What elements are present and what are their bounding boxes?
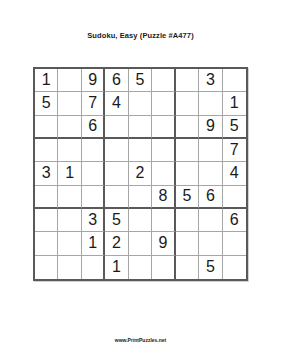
cell-r6c3 bbox=[82, 186, 105, 209]
cell-r7c9: 6 bbox=[223, 209, 246, 232]
cell-r7c1 bbox=[35, 209, 58, 232]
cell-r4c3 bbox=[82, 139, 105, 162]
cell-r7c6 bbox=[152, 209, 175, 232]
cell-r1c6 bbox=[152, 69, 175, 92]
cell-r2c5 bbox=[129, 92, 152, 115]
cell-r1c8: 3 bbox=[199, 69, 222, 92]
sudoku-print-page: Sudoku, Easy (Puzzle #A477) 196535741695… bbox=[0, 0, 281, 363]
cell-r9c1 bbox=[35, 256, 58, 279]
cell-r5c4 bbox=[105, 162, 128, 185]
cell-r8c3: 1 bbox=[82, 232, 105, 255]
cell-r6c5 bbox=[129, 186, 152, 209]
cell-r7c8 bbox=[199, 209, 222, 232]
page-title: Sudoku, Easy (Puzzle #A477) bbox=[0, 31, 281, 40]
cell-r5c1: 3 bbox=[35, 162, 58, 185]
cell-r8c2 bbox=[58, 232, 81, 255]
cell-r8c7 bbox=[176, 232, 199, 255]
cell-r3c4 bbox=[105, 116, 128, 139]
cell-r5c3 bbox=[82, 162, 105, 185]
cell-r1c7 bbox=[176, 69, 199, 92]
cell-r5c9: 4 bbox=[223, 162, 246, 185]
cell-r1c4: 6 bbox=[105, 69, 128, 92]
cell-r9c3 bbox=[82, 256, 105, 279]
cell-r4c5 bbox=[129, 139, 152, 162]
cell-r1c9 bbox=[223, 69, 246, 92]
cell-r3c6 bbox=[152, 116, 175, 139]
cell-r7c3: 3 bbox=[82, 209, 105, 232]
cell-r2c4: 4 bbox=[105, 92, 128, 115]
cell-r6c2 bbox=[58, 186, 81, 209]
cell-r1c3: 9 bbox=[82, 69, 105, 92]
cell-r4c4 bbox=[105, 139, 128, 162]
cell-r3c1 bbox=[35, 116, 58, 139]
cell-r6c6: 8 bbox=[152, 186, 175, 209]
cell-r2c9: 1 bbox=[223, 92, 246, 115]
cell-r6c7: 5 bbox=[176, 186, 199, 209]
cell-r8c1 bbox=[35, 232, 58, 255]
cell-r5c6 bbox=[152, 162, 175, 185]
cell-r4c6 bbox=[152, 139, 175, 162]
cell-r7c2 bbox=[58, 209, 81, 232]
cell-r3c2 bbox=[58, 116, 81, 139]
cell-r2c7 bbox=[176, 92, 199, 115]
cell-r4c9: 7 bbox=[223, 139, 246, 162]
cell-r8c5 bbox=[129, 232, 152, 255]
cell-r8c8 bbox=[199, 232, 222, 255]
cell-r6c1 bbox=[35, 186, 58, 209]
cell-r1c1: 1 bbox=[35, 69, 58, 92]
cell-r9c4: 1 bbox=[105, 256, 128, 279]
cell-r5c5: 2 bbox=[129, 162, 152, 185]
cell-r7c7 bbox=[176, 209, 199, 232]
cell-r4c7 bbox=[176, 139, 199, 162]
cell-r2c6 bbox=[152, 92, 175, 115]
cell-r2c8 bbox=[199, 92, 222, 115]
cell-r3c9: 5 bbox=[223, 116, 246, 139]
cell-r6c9 bbox=[223, 186, 246, 209]
cell-r5c2: 1 bbox=[58, 162, 81, 185]
cell-r4c8 bbox=[199, 139, 222, 162]
cell-r9c6 bbox=[152, 256, 175, 279]
cell-r9c8: 5 bbox=[199, 256, 222, 279]
cell-r3c7 bbox=[176, 116, 199, 139]
cell-r8c4: 2 bbox=[105, 232, 128, 255]
cell-r1c5: 5 bbox=[129, 69, 152, 92]
cell-r2c2 bbox=[58, 92, 81, 115]
cell-r6c4 bbox=[105, 186, 128, 209]
cell-r8c9 bbox=[223, 232, 246, 255]
cell-r2c1: 5 bbox=[35, 92, 58, 115]
footer-site-url: www.PrintPuzzles.net bbox=[0, 337, 281, 343]
cell-r1c2 bbox=[58, 69, 81, 92]
cell-r5c8 bbox=[199, 162, 222, 185]
cell-r3c5 bbox=[129, 116, 152, 139]
cell-r9c2 bbox=[58, 256, 81, 279]
cell-r2c3: 7 bbox=[82, 92, 105, 115]
cell-r9c5 bbox=[129, 256, 152, 279]
cell-r6c8: 6 bbox=[199, 186, 222, 209]
cell-r7c4: 5 bbox=[105, 209, 128, 232]
cell-r8c6: 9 bbox=[152, 232, 175, 255]
cell-r9c9 bbox=[223, 256, 246, 279]
cell-r3c8: 9 bbox=[199, 116, 222, 139]
cell-r5c7 bbox=[176, 162, 199, 185]
cell-r4c1 bbox=[35, 139, 58, 162]
cell-r9c7 bbox=[176, 256, 199, 279]
cell-r3c3: 6 bbox=[82, 116, 105, 139]
cell-r4c2 bbox=[58, 139, 81, 162]
cell-r7c5 bbox=[129, 209, 152, 232]
sudoku-board: 1965357416957312485635612915 bbox=[33, 67, 248, 281]
